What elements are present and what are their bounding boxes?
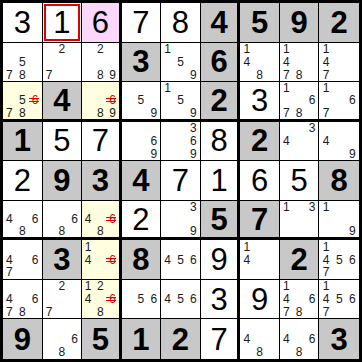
cell-r4c1[interactable]: 1 xyxy=(3,122,43,162)
cell-r9c7[interactable]: 48 xyxy=(240,319,280,359)
candidate-digit: 2 xyxy=(55,280,68,293)
cell-r6c1[interactable]: 468 xyxy=(3,201,43,241)
candidate-digit: 9 xyxy=(187,225,200,237)
given-digit: 7 xyxy=(240,201,279,238)
candidates-grid: 49 xyxy=(319,122,359,161)
candidate-digit: 7 xyxy=(319,68,332,81)
cell-r5c5[interactable]: 7 xyxy=(161,161,201,201)
candidate-digit: 9 xyxy=(106,106,118,118)
candidate-digit: 7 xyxy=(280,106,293,118)
candidate-digit: 4 xyxy=(3,253,16,266)
candidates-grid: 578 xyxy=(3,43,42,82)
candidate-digit: 1 xyxy=(240,240,253,253)
cell-r9c8[interactable]: 468 xyxy=(280,319,320,359)
candidate-digit: 9 xyxy=(147,106,160,118)
candidate-digit: 8 xyxy=(293,346,306,359)
given-digit: 2 xyxy=(161,319,200,359)
solved-digit: 7 xyxy=(82,122,119,161)
candidate-digit: 8 xyxy=(55,346,68,359)
solved-digit: 8 xyxy=(201,122,238,161)
candidate-digit: 1 xyxy=(161,43,174,56)
candidates-grid: 148 xyxy=(240,43,279,82)
candidate-digit: 6 xyxy=(346,94,359,106)
cell-r8c4[interactable]: 56 xyxy=(122,280,162,320)
candidate-digit: 1 xyxy=(319,240,332,253)
given-digit: 3 xyxy=(319,319,359,359)
candidate-digit: 5 xyxy=(174,293,187,306)
candidates-grid: 5786 xyxy=(3,82,42,119)
candidate-digit: 8 xyxy=(16,106,29,118)
candidate-digit: 7 xyxy=(3,106,16,118)
cell-r8c8[interactable]: 14678 xyxy=(280,280,320,320)
cell-r7c7[interactable]: 14 xyxy=(240,240,280,280)
cell-r7c4[interactable]: 8 xyxy=(122,240,162,280)
cell-r1c3[interactable]: 6 xyxy=(82,3,122,43)
cell-r1c7[interactable]: 5 xyxy=(240,3,280,43)
cell-r2c4[interactable]: 3 xyxy=(122,43,162,83)
eliminated-candidate-digit: 6 xyxy=(106,213,118,225)
candidates-grid: 456 xyxy=(161,240,200,279)
given-digit: 4 xyxy=(201,3,238,42)
eliminated-candidate-digit: 6 xyxy=(29,94,42,106)
candidate-digit: 7 xyxy=(3,68,16,81)
candidate-digit: 1 xyxy=(280,82,293,94)
cell-r6c3[interactable]: 486 xyxy=(82,201,122,241)
cell-r1c5[interactable]: 8 xyxy=(161,3,201,43)
candidate-digit: 3 xyxy=(306,122,319,135)
given-digit: 4 xyxy=(43,82,82,119)
candidate-digit: 4 xyxy=(280,55,293,68)
candidate-digit: 3 xyxy=(187,201,200,213)
cell-r3c5[interactable]: 159 xyxy=(161,82,201,122)
eliminated-candidate-digit: 6 xyxy=(106,293,118,306)
candidates-grid: 39 xyxy=(161,201,200,238)
candidate-digit: 4 xyxy=(319,55,332,68)
candidate-digit: 7 xyxy=(280,68,293,81)
candidate-digit: 5 xyxy=(16,94,29,106)
given-digit: 2 xyxy=(280,240,319,279)
candidate-digit: 5 xyxy=(333,293,346,306)
candidate-digit: 8 xyxy=(55,225,68,237)
cell-r9c6[interactable]: 7 xyxy=(201,319,241,359)
cell-r2c2[interactable]: 27 xyxy=(43,43,83,83)
candidate-digit: 7 xyxy=(43,306,56,319)
candidates-grid: 13 xyxy=(280,201,319,238)
candidates-grid: 14 xyxy=(240,240,279,279)
candidate-digit: 6 xyxy=(346,253,359,266)
candidates-grid: 68 xyxy=(43,201,82,238)
candidate-digit: 4 xyxy=(240,55,253,68)
candidate-digit: 4 xyxy=(280,333,293,346)
candidates-grid: 27 xyxy=(43,280,82,319)
candidate-digit: 9 xyxy=(346,225,359,237)
cell-r5c3[interactable]: 3 xyxy=(82,161,122,201)
given-digit: 9 xyxy=(43,161,82,200)
candidate-digit: 6 xyxy=(147,293,160,306)
cell-r3c2[interactable]: 4 xyxy=(43,82,83,122)
cell-r6c5[interactable]: 39 xyxy=(161,201,201,241)
cell-r2c1[interactable]: 578 xyxy=(3,43,43,83)
given-digit: 2 xyxy=(201,82,238,119)
candidate-digit: 7 xyxy=(3,266,16,279)
candidate-digit: 1 xyxy=(280,280,293,293)
candidate-digit: 5 xyxy=(174,94,187,106)
cell-r2c6[interactable]: 6 xyxy=(201,43,241,83)
cell-r3c8[interactable]: 1678 xyxy=(280,82,320,122)
given-digit: 6 xyxy=(201,43,238,82)
cell-r6c6[interactable]: 5 xyxy=(201,201,241,241)
candidate-digit: 8 xyxy=(94,225,106,237)
candidate-digit: 5 xyxy=(135,293,148,306)
candidate-digit: 4 xyxy=(280,293,293,306)
cell-r7c1[interactable]: 467 xyxy=(3,240,43,280)
given-digit: 1 xyxy=(122,319,161,359)
candidate-digit: 4 xyxy=(3,213,16,225)
cell-r4c8[interactable]: 34 xyxy=(280,122,320,162)
candidate-digit: 9 xyxy=(147,147,160,160)
candidate-digit: 4 xyxy=(82,253,94,266)
given-digit: 2 xyxy=(240,122,279,161)
eliminated-candidate-digit: 6 xyxy=(106,253,118,266)
cell-r6c4[interactable]: 2 xyxy=(122,201,162,241)
candidate-digit: 7 xyxy=(319,306,332,319)
candidates-grid: 147 xyxy=(319,43,359,82)
given-digit: 3 xyxy=(122,43,161,82)
cell-r4c4[interactable]: 69 xyxy=(122,122,162,162)
cell-r3c4[interactable]: 59 xyxy=(122,82,162,122)
candidate-digit: 6 xyxy=(29,293,42,306)
candidate-digit: 5 xyxy=(333,253,346,266)
cell-r3c9[interactable]: 167 xyxy=(319,82,359,122)
candidate-digit: 1 xyxy=(319,280,332,293)
given-digit: 9 xyxy=(280,3,319,42)
candidates-grid: 56 xyxy=(122,280,161,319)
candidate-digit: 8 xyxy=(253,346,266,359)
candidate-digit: 8 xyxy=(94,306,106,319)
solved-digit: 1 xyxy=(201,161,238,200)
solved-digit: 7 xyxy=(161,161,200,200)
eliminated-candidate-digit: 6 xyxy=(106,94,118,106)
given-digit: 8 xyxy=(122,240,161,279)
candidates-grid: 19 xyxy=(319,201,359,238)
candidate-digit: 7 xyxy=(319,266,332,279)
candidate-digit: 4 xyxy=(319,253,332,266)
candidate-digit: 6 xyxy=(68,333,81,346)
candidate-digit: 6 xyxy=(306,293,319,306)
cell-r7c3[interactable]: 146 xyxy=(82,240,122,280)
solved-digit: 9 xyxy=(240,280,279,319)
candidates-grid: 12486 xyxy=(82,280,119,319)
cell-r7c9[interactable]: 14567 xyxy=(319,240,359,280)
candidate-digit: 9 xyxy=(187,106,200,118)
solved-digit: 5 xyxy=(280,161,319,200)
candidate-digit: 1 xyxy=(161,82,174,94)
candidate-digit: 4 xyxy=(161,253,174,266)
cell-r8c2[interactable]: 27 xyxy=(43,280,83,320)
candidate-digit: 5 xyxy=(174,55,187,68)
candidates-grid: 486 xyxy=(82,201,119,238)
cell-r9c9[interactable]: 3 xyxy=(319,319,359,359)
candidates-grid: 34 xyxy=(280,122,319,161)
cell-r7c6[interactable]: 9 xyxy=(201,240,241,280)
candidate-digit: 6 xyxy=(68,213,81,225)
candidate-digit: 2 xyxy=(94,43,106,56)
candidate-digit: 8 xyxy=(253,68,266,81)
candidate-digit: 7 xyxy=(3,306,16,319)
solved-digit: 9 xyxy=(201,240,238,279)
cell-r2c7[interactable]: 148 xyxy=(240,43,280,83)
cell-r1c6[interactable]: 4 xyxy=(201,3,241,43)
cell-r6c8[interactable]: 13 xyxy=(280,201,320,241)
solved-digit: 7 xyxy=(122,3,161,42)
cell-r8c5[interactable]: 456 xyxy=(161,280,201,320)
cell-r1c2[interactable]: 1 xyxy=(43,3,83,43)
candidates-grid: 167 xyxy=(319,82,359,119)
cell-r3c1[interactable]: 5786 xyxy=(3,82,43,122)
candidate-digit: 8 xyxy=(293,306,306,319)
cell-r5c2[interactable]: 9 xyxy=(43,161,83,201)
candidate-digit: 8 xyxy=(94,68,106,81)
candidate-digit: 4 xyxy=(319,135,332,148)
candidate-digit: 6 xyxy=(187,253,200,266)
candidates-grid: 14567 xyxy=(319,280,359,319)
candidates-grid: 68 xyxy=(43,319,82,359)
cell-r8c9[interactable]: 14567 xyxy=(319,280,359,320)
cell-r9c1[interactable]: 9 xyxy=(3,319,43,359)
candidate-digit: 9 xyxy=(346,147,359,160)
candidate-digit: 7 xyxy=(280,306,293,319)
candidate-digit: 4 xyxy=(319,293,332,306)
cell-r8c6[interactable]: 3 xyxy=(201,280,241,320)
candidate-digit: 1 xyxy=(240,43,253,56)
cell-r4c9[interactable]: 49 xyxy=(319,122,359,162)
solved-digit: 1 xyxy=(43,3,82,42)
given-digit: 3 xyxy=(43,240,82,279)
solved-digit: 3 xyxy=(3,3,42,42)
solved-digit: 6 xyxy=(82,3,119,42)
candidate-digit: 3 xyxy=(306,201,319,213)
candidate-digit: 1 xyxy=(280,43,293,56)
cell-r5c6[interactable]: 1 xyxy=(201,161,241,201)
cell-r1c8[interactable]: 9 xyxy=(280,3,320,43)
given-digit: 5 xyxy=(240,3,279,42)
candidates-grid: 468 xyxy=(280,319,319,359)
candidates-grid: 456 xyxy=(161,280,200,319)
candidate-digit: 8 xyxy=(293,106,306,118)
given-digit: 3 xyxy=(82,161,119,200)
candidate-digit: 8 xyxy=(16,68,29,81)
cell-r3c3[interactable]: 896 xyxy=(82,82,122,122)
cell-r2c3[interactable]: 289 xyxy=(82,43,122,83)
given-digit: 9 xyxy=(3,319,42,359)
solved-digit: 3 xyxy=(240,82,279,119)
cell-r7c2[interactable]: 3 xyxy=(43,240,83,280)
candidates-grid: 289 xyxy=(82,43,119,82)
candidate-digit: 1 xyxy=(319,201,332,213)
cell-r4c2[interactable]: 5 xyxy=(43,122,83,162)
candidate-digit: 4 xyxy=(280,135,293,148)
cell-r9c5[interactable]: 2 xyxy=(161,319,201,359)
candidate-digit: 4 xyxy=(240,333,253,346)
candidate-digit: 6 xyxy=(29,213,42,225)
solved-digit: 2 xyxy=(122,201,161,238)
candidate-digit: 3 xyxy=(187,122,200,135)
candidates-grid: 14678 xyxy=(280,280,319,319)
candidate-digit: 2 xyxy=(94,280,106,293)
cell-r3c6[interactable]: 2 xyxy=(201,82,241,122)
candidate-digit: 5 xyxy=(174,253,187,266)
candidates-grid: 48 xyxy=(240,319,279,359)
candidate-digit: 6 xyxy=(187,293,200,306)
candidate-digit: 6 xyxy=(306,333,319,346)
candidate-digit: 7 xyxy=(43,68,56,81)
cell-r5c4[interactable]: 4 xyxy=(122,161,162,201)
cell-r4c5[interactable]: 369 xyxy=(161,122,201,162)
given-digit: 8 xyxy=(319,161,359,200)
cell-r8c7[interactable]: 9 xyxy=(240,280,280,320)
given-digit: 5 xyxy=(82,319,119,359)
candidate-digit: 5 xyxy=(135,94,148,106)
candidate-digit: 1 xyxy=(82,280,94,293)
candidate-digit: 9 xyxy=(106,68,118,81)
cell-r8c1[interactable]: 4678 xyxy=(3,280,43,320)
candidate-digit: 6 xyxy=(346,293,359,306)
cell-r5c9[interactable]: 8 xyxy=(319,161,359,201)
cell-r5c1[interactable]: 2 xyxy=(3,161,43,201)
cell-r7c5[interactable]: 456 xyxy=(161,240,201,280)
candidate-digit: 6 xyxy=(187,135,200,148)
candidates-grid: 467 xyxy=(3,240,42,279)
candidate-digit: 8 xyxy=(16,225,29,237)
candidate-digit: 4 xyxy=(82,213,94,225)
candidates-grid: 14567 xyxy=(319,240,359,279)
candidates-grid: 1478 xyxy=(280,43,319,82)
candidates-grid: 27 xyxy=(43,43,82,82)
cell-r4c3[interactable]: 7 xyxy=(82,122,122,162)
cell-r3c7[interactable]: 3 xyxy=(240,82,280,122)
candidates-grid: 468 xyxy=(3,201,42,238)
cell-r6c9[interactable]: 19 xyxy=(319,201,359,241)
candidate-digit: 6 xyxy=(29,253,42,266)
candidate-digit: 4 xyxy=(3,293,16,306)
candidate-digit: 5 xyxy=(16,55,29,68)
cell-r1c1[interactable]: 3 xyxy=(3,3,43,43)
candidates-grid: 1678 xyxy=(280,82,319,119)
candidates-grid: 159 xyxy=(161,43,200,82)
candidate-digit: 6 xyxy=(306,94,319,106)
cell-r5c8[interactable]: 5 xyxy=(280,161,320,201)
candidate-digit: 8 xyxy=(94,106,106,118)
candidate-digit: 1 xyxy=(280,201,293,213)
solved-digit: 2 xyxy=(3,161,42,200)
candidate-digit: 6 xyxy=(147,135,160,148)
candidate-digit: 7 xyxy=(319,106,332,118)
candidate-digit: 4 xyxy=(82,293,94,306)
cell-r9c4[interactable]: 1 xyxy=(122,319,162,359)
cell-r2c8[interactable]: 1478 xyxy=(280,43,320,83)
solved-digit: 7 xyxy=(201,319,238,359)
cell-r9c2[interactable]: 68 xyxy=(43,319,83,359)
candidate-digit: 9 xyxy=(187,68,200,81)
candidate-digit: 1 xyxy=(319,43,332,56)
candidate-digit: 1 xyxy=(82,240,94,253)
candidates-grid: 896 xyxy=(82,82,119,119)
candidates-grid: 146 xyxy=(82,240,119,279)
cell-r6c7[interactable]: 7 xyxy=(240,201,280,241)
given-digit: 2 xyxy=(319,3,359,42)
solved-digit: 6 xyxy=(240,161,279,200)
solved-digit: 8 xyxy=(161,3,200,42)
cell-r2c9[interactable]: 147 xyxy=(319,43,359,83)
given-digit: 5 xyxy=(201,201,238,238)
candidate-digit: 1 xyxy=(319,82,332,94)
sudoku-board: 3167845925782728931596148147814757864896… xyxy=(0,0,362,362)
candidate-digit: 8 xyxy=(293,68,306,81)
candidate-digit: 4 xyxy=(161,293,174,306)
solved-digit: 5 xyxy=(43,122,82,161)
solved-digit: 3 xyxy=(201,280,238,319)
cell-r7c8[interactable]: 2 xyxy=(280,240,320,280)
cell-r1c9[interactable]: 2 xyxy=(319,3,359,43)
candidates-grid: 369 xyxy=(161,122,200,161)
candidate-digit: 4 xyxy=(240,253,253,266)
cell-r1c4[interactable]: 7 xyxy=(122,3,162,43)
candidates-grid: 159 xyxy=(161,82,200,119)
cell-r6c2[interactable]: 68 xyxy=(43,201,83,241)
cell-r9c3[interactable]: 5 xyxy=(82,319,122,359)
candidates-grid: 69 xyxy=(122,122,161,161)
given-digit: 4 xyxy=(122,161,161,200)
given-digit: 1 xyxy=(3,122,42,161)
cell-r4c6[interactable]: 8 xyxy=(201,122,241,162)
candidates-grid: 59 xyxy=(122,82,161,119)
candidate-digit: 2 xyxy=(55,43,68,56)
candidate-digit: 9 xyxy=(187,147,200,160)
candidates-grid: 4678 xyxy=(3,280,42,319)
cell-r2c5[interactable]: 159 xyxy=(161,43,201,83)
candidate-digit: 8 xyxy=(16,306,29,319)
cell-r5c7[interactable]: 6 xyxy=(240,161,280,201)
cell-r8c3[interactable]: 12486 xyxy=(82,280,122,320)
cell-r4c7[interactable]: 2 xyxy=(240,122,280,162)
